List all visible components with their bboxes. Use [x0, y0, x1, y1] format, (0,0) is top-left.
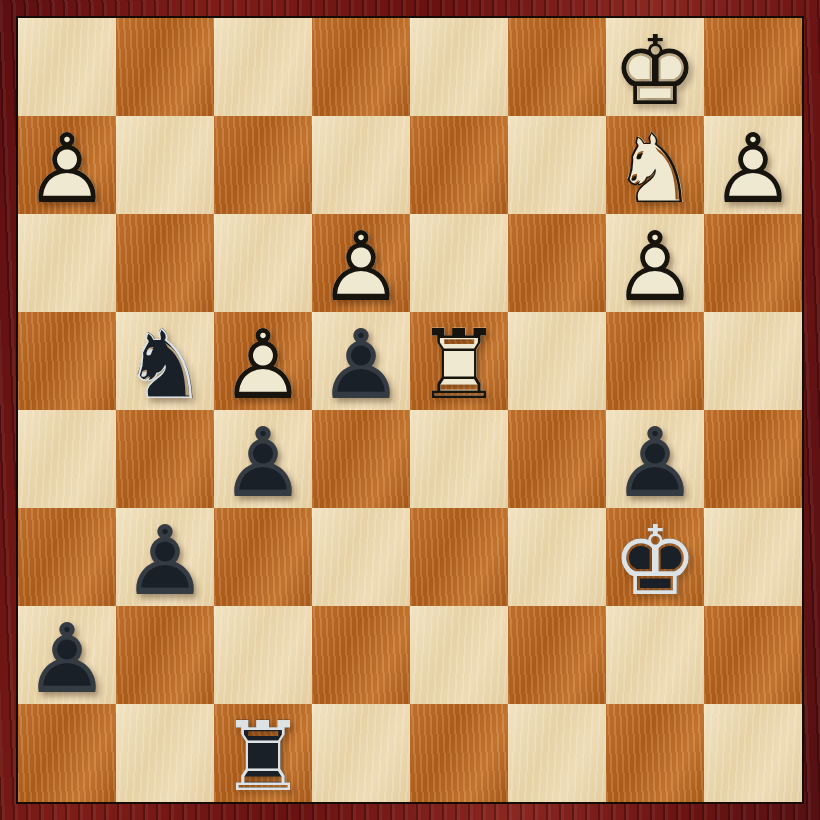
board-frame: ♚♔♟♙♞♘♟♙♟♙♟♙♞♘♟♙♟♙♜♖♟♙♟♙♟♙♚♔♟♙♜♖: [0, 0, 820, 820]
square-d1[interactable]: [312, 704, 410, 802]
square-d7[interactable]: [312, 116, 410, 214]
square-c8[interactable]: [214, 18, 312, 116]
chess-board: ♚♔♟♙♞♘♟♙♟♙♟♙♞♘♟♙♟♙♜♖♟♙♟♙♟♙♚♔♟♙♜♖: [16, 16, 804, 804]
piece-white-pawn[interactable]: ♟♙: [606, 214, 704, 312]
piece-outline-glyph: ♖: [416, 317, 502, 413]
square-g7[interactable]: ♞♘: [606, 116, 704, 214]
square-h2[interactable]: [704, 606, 802, 704]
square-c3[interactable]: [214, 508, 312, 606]
square-c7[interactable]: [214, 116, 312, 214]
square-a5[interactable]: [18, 312, 116, 410]
piece-outline-glyph: ♙: [220, 317, 306, 413]
square-d2[interactable]: [312, 606, 410, 704]
square-e8[interactable]: [410, 18, 508, 116]
square-b2[interactable]: [116, 606, 214, 704]
square-a6[interactable]: [18, 214, 116, 312]
square-c5[interactable]: ♟♙: [214, 312, 312, 410]
square-h3[interactable]: [704, 508, 802, 606]
piece-white-rook[interactable]: ♜♖: [410, 312, 508, 410]
square-f1[interactable]: [508, 704, 606, 802]
square-e2[interactable]: [410, 606, 508, 704]
piece-white-pawn[interactable]: ♟♙: [312, 214, 410, 312]
square-h1[interactable]: [704, 704, 802, 802]
square-c4[interactable]: ♟♙: [214, 410, 312, 508]
square-e5[interactable]: ♜♖: [410, 312, 508, 410]
piece-white-pawn[interactable]: ♟♙: [214, 312, 312, 410]
square-g6[interactable]: ♟♙: [606, 214, 704, 312]
piece-outline-glyph: ♖: [220, 709, 306, 805]
piece-black-pawn[interactable]: ♟♙: [18, 606, 116, 704]
square-d6[interactable]: ♟♙: [312, 214, 410, 312]
square-e1[interactable]: [410, 704, 508, 802]
square-d5[interactable]: ♟♙: [312, 312, 410, 410]
piece-outline-glyph: ♔: [612, 23, 698, 119]
square-a4[interactable]: [18, 410, 116, 508]
square-d8[interactable]: [312, 18, 410, 116]
piece-white-knight[interactable]: ♞♘: [606, 116, 704, 214]
piece-black-pawn[interactable]: ♟♙: [312, 312, 410, 410]
piece-black-rook[interactable]: ♜♖: [214, 704, 312, 802]
piece-black-king[interactable]: ♚♔: [606, 508, 704, 606]
square-h5[interactable]: [704, 312, 802, 410]
square-b8[interactable]: [116, 18, 214, 116]
square-a7[interactable]: ♟♙: [18, 116, 116, 214]
square-b3[interactable]: ♟♙: [116, 508, 214, 606]
piece-black-pawn[interactable]: ♟♙: [116, 508, 214, 606]
piece-black-knight[interactable]: ♞♘: [116, 312, 214, 410]
piece-outline-glyph: ♙: [24, 121, 110, 217]
piece-outline-glyph: ♙: [710, 121, 796, 217]
piece-outline-glyph: ♙: [122, 513, 208, 609]
square-b5[interactable]: ♞♘: [116, 312, 214, 410]
piece-outline-glyph: ♘: [122, 317, 208, 413]
square-g1[interactable]: [606, 704, 704, 802]
piece-black-pawn[interactable]: ♟♙: [606, 410, 704, 508]
piece-outline-glyph: ♙: [220, 415, 306, 511]
piece-black-pawn[interactable]: ♟♙: [214, 410, 312, 508]
square-f7[interactable]: [508, 116, 606, 214]
piece-white-king[interactable]: ♚♔: [606, 18, 704, 116]
square-h6[interactable]: [704, 214, 802, 312]
square-e7[interactable]: [410, 116, 508, 214]
piece-outline-glyph: ♙: [24, 611, 110, 707]
square-d3[interactable]: [312, 508, 410, 606]
piece-outline-glyph: ♙: [612, 219, 698, 315]
square-c1[interactable]: ♜♖: [214, 704, 312, 802]
piece-outline-glyph: ♙: [318, 219, 404, 315]
piece-white-pawn[interactable]: ♟♙: [18, 116, 116, 214]
square-c2[interactable]: [214, 606, 312, 704]
square-f4[interactable]: [508, 410, 606, 508]
square-g2[interactable]: [606, 606, 704, 704]
square-b7[interactable]: [116, 116, 214, 214]
square-h4[interactable]: [704, 410, 802, 508]
piece-outline-glyph: ♘: [612, 121, 698, 217]
square-h7[interactable]: ♟♙: [704, 116, 802, 214]
square-f8[interactable]: [508, 18, 606, 116]
piece-outline-glyph: ♔: [612, 513, 698, 609]
square-b4[interactable]: [116, 410, 214, 508]
square-f6[interactable]: [508, 214, 606, 312]
square-e4[interactable]: [410, 410, 508, 508]
square-e6[interactable]: [410, 214, 508, 312]
piece-outline-glyph: ♙: [612, 415, 698, 511]
square-a1[interactable]: [18, 704, 116, 802]
piece-white-pawn[interactable]: ♟♙: [704, 116, 802, 214]
square-c6[interactable]: [214, 214, 312, 312]
square-d4[interactable]: [312, 410, 410, 508]
square-g4[interactable]: ♟♙: [606, 410, 704, 508]
square-f3[interactable]: [508, 508, 606, 606]
square-a3[interactable]: [18, 508, 116, 606]
square-g8[interactable]: ♚♔: [606, 18, 704, 116]
square-h8[interactable]: [704, 18, 802, 116]
square-b6[interactable]: [116, 214, 214, 312]
square-f5[interactable]: [508, 312, 606, 410]
square-a8[interactable]: [18, 18, 116, 116]
square-e3[interactable]: [410, 508, 508, 606]
square-b1[interactable]: [116, 704, 214, 802]
square-f2[interactable]: [508, 606, 606, 704]
piece-outline-glyph: ♙: [318, 317, 404, 413]
square-g3[interactable]: ♚♔: [606, 508, 704, 606]
square-g5[interactable]: [606, 312, 704, 410]
square-a2[interactable]: ♟♙: [18, 606, 116, 704]
